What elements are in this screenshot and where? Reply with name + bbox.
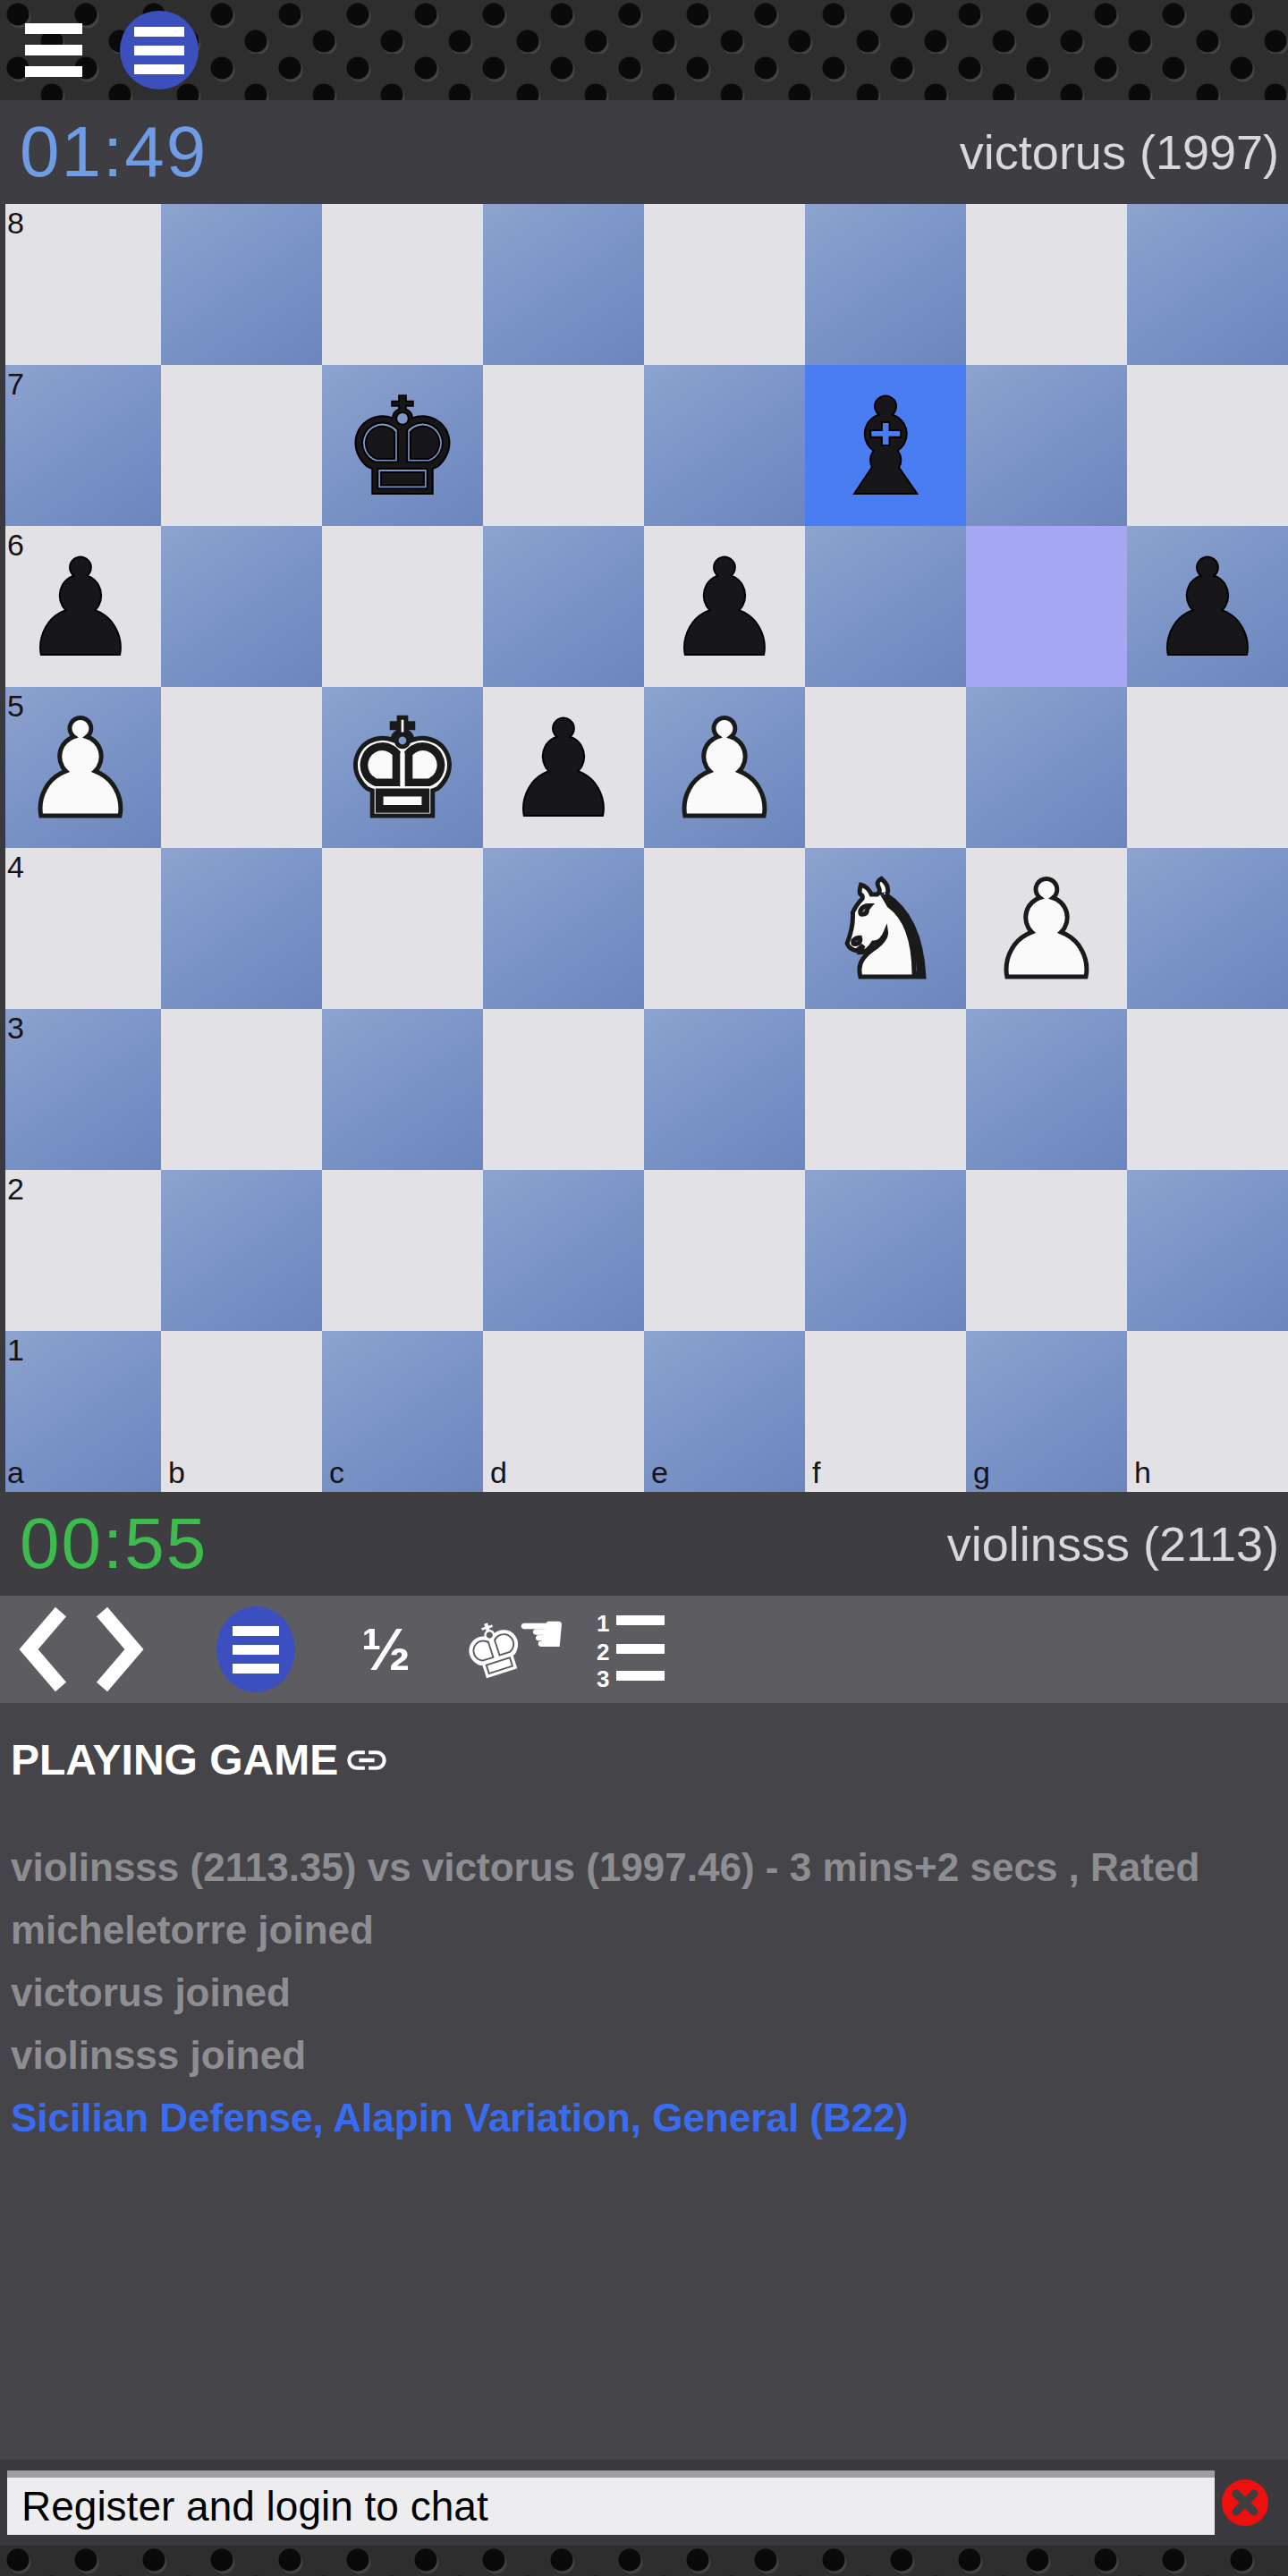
square-g8[interactable] [966,204,1127,365]
piece-white-pawn: ♟ [0,687,161,848]
square-f5[interactable] [805,687,966,848]
square-g5[interactable] [966,687,1127,848]
square-b4[interactable] [161,848,322,1009]
piece-black-bishop: ♝ [805,365,966,526]
hamburger-circle-icon[interactable] [120,11,199,89]
square-c1[interactable]: c [322,1331,483,1492]
chat-input[interactable] [7,2470,1215,2535]
square-g6[interactable] [966,526,1127,687]
square-e7[interactable] [644,365,805,526]
rank-label-7: 7 [7,367,24,402]
chevron-left-icon [14,1606,73,1692]
bottom-status-bar [0,2546,1288,2576]
file-label-d: d [490,1455,507,1490]
square-c3[interactable] [322,1009,483,1170]
numbered-list-icon: 1 2 3 [597,1612,665,1687]
rank-label-2: 2 [7,1172,24,1207]
chat-message: victorus joined [11,1962,1277,2024]
game-menu-button[interactable] [216,1606,295,1692]
chat-input-row [0,2460,1288,2546]
square-a6[interactable]: 6♟ [0,526,161,687]
opponent-clock: 01:49 [20,111,208,193]
square-h7[interactable] [1127,365,1288,526]
rank-label-8: 8 [7,206,24,241]
square-h3[interactable] [1127,1009,1288,1170]
square-e6[interactable]: ♟ [644,526,805,687]
file-label-h: h [1134,1455,1151,1490]
square-e1[interactable]: e [644,1331,805,1492]
square-f1[interactable]: f [805,1331,966,1492]
piece-white-pawn: ♟ [966,848,1127,1009]
chat-message: micheletorre joined [11,1899,1277,1962]
square-g3[interactable] [966,1009,1127,1170]
piece-black-pawn: ♟ [1127,526,1288,687]
chat-message: violinsss (2113.35) vs victorus (1997.46… [11,1836,1277,1899]
forward-move-button[interactable] [89,1606,165,1692]
square-h6[interactable]: ♟ [1127,526,1288,687]
player-name: violinsss (2113) [947,1516,1279,1572]
file-label-b: b [168,1455,185,1490]
player-clock: 00:55 [20,1503,208,1585]
square-b8[interactable] [161,204,322,365]
chat-message: violinsss joined [11,2024,1277,2087]
square-c8[interactable] [322,204,483,365]
file-label-a: a [7,1455,24,1490]
opponent-name: victorus (1997) [960,124,1279,180]
player-clock-row: 00:55 violinsss (2113) [0,1492,1288,1596]
square-a5[interactable]: 5♟ [0,687,161,848]
resign-hand-icon: ☚ [516,1601,566,1666]
square-f6[interactable] [805,526,966,687]
file-label-f: f [812,1455,820,1490]
square-h2[interactable] [1127,1170,1288,1331]
chess-board[interactable]: 87♚♝6♟♟♟5♟♚♟♟4♞♟321abcdefgh [0,204,1288,1492]
piece-black-pawn: ♟ [483,687,644,848]
square-g7[interactable] [966,365,1127,526]
file-label-e: e [651,1455,668,1490]
square-e4[interactable] [644,848,805,1009]
file-label-c: c [329,1455,344,1490]
square-d8[interactable] [483,204,644,365]
square-c6[interactable] [322,526,483,687]
chat-panel: PLAYING GAME violinsss (2113.35) vs vict… [0,1703,1288,2460]
rank-label-5: 5 [7,689,24,724]
board-area: 87♚♝6♟♟♟5♟♚♟♟4♞♟321abcdefgh [0,204,1288,1492]
chevron-right-icon [89,1606,148,1692]
square-d4[interactable] [483,848,644,1009]
square-d3[interactable] [483,1009,644,1170]
square-e2[interactable] [644,1170,805,1331]
offer-draw-button[interactable]: ½ [361,1615,411,1683]
piece-black-king: ♚ [322,365,483,526]
game-toolbar: ½ ♚ ☚ 1 2 3 [0,1596,1288,1703]
square-b5[interactable] [161,687,322,848]
svg-text:3: 3 [597,1665,609,1687]
back-move-button[interactable] [14,1606,89,1692]
square-e8[interactable] [644,204,805,365]
square-a8[interactable]: 8 [0,204,161,365]
svg-text:2: 2 [597,1639,609,1665]
piece-black-pawn: ♟ [0,526,161,687]
chat-heading-row: PLAYING GAME [11,1735,1277,1784]
square-b7[interactable] [161,365,322,526]
square-a4[interactable]: 4 [0,848,161,1009]
square-c7[interactable]: ♚ [322,365,483,526]
square-a1[interactable]: 1a [0,1331,161,1492]
close-icon [1230,2487,1260,2518]
square-h4[interactable] [1127,848,1288,1009]
file-label-g: g [973,1455,990,1490]
square-f2[interactable] [805,1170,966,1331]
square-h8[interactable] [1127,204,1288,365]
square-f4[interactable]: ♞ [805,848,966,1009]
chat-message-opening: Sicilian Defense, Alapin Variation, Gene… [11,2087,1277,2149]
opponent-clock-row: 01:49 victorus (1997) [0,100,1288,204]
square-e3[interactable] [644,1009,805,1170]
square-c5[interactable]: ♚ [322,687,483,848]
piece-white-knight: ♞ [805,848,966,1009]
square-f7[interactable]: ♝ [805,365,966,526]
square-g1[interactable]: g [966,1331,1127,1492]
square-b3[interactable] [161,1009,322,1170]
piece-black-pawn: ♟ [644,526,805,687]
chat-heading: PLAYING GAME [11,1735,338,1784]
square-b1[interactable]: b [161,1331,322,1492]
square-g4[interactable]: ♟ [966,848,1127,1009]
rank-label-4: 4 [7,850,24,885]
square-b2[interactable] [161,1170,322,1331]
top-status-bar [0,0,1288,100]
square-a7[interactable]: 7 [0,365,161,526]
square-h1[interactable]: h [1127,1331,1288,1492]
rank-label-6: 6 [7,528,24,563]
square-d2[interactable] [483,1170,644,1331]
rank-label-3: 3 [7,1011,24,1046]
move-list-button[interactable]: 1 2 3 [561,1612,665,1687]
board-left-edge [0,204,5,1492]
square-c2[interactable] [322,1170,483,1331]
square-d6[interactable] [483,526,644,687]
square-a3[interactable]: 3 [0,1009,161,1170]
square-d7[interactable] [483,365,644,526]
square-b6[interactable] [161,526,322,687]
square-f8[interactable] [805,204,966,365]
square-a2[interactable]: 2 [0,1170,161,1331]
square-d5[interactable]: ♟ [483,687,644,848]
close-chat-button[interactable] [1222,2479,1268,2526]
svg-text:1: 1 [597,1612,609,1637]
link-icon[interactable] [343,1737,390,1784]
app-screen: 01:49 victorus (1997) 87♚♝6♟♟♟5♟♚♟♟4♞♟32… [0,0,1288,2576]
square-h5[interactable] [1127,687,1288,848]
resign-button[interactable]: ♚ ☚ [462,1605,561,1694]
square-c4[interactable] [322,848,483,1009]
piece-white-king: ♚ [322,687,483,848]
square-f3[interactable] [805,1009,966,1170]
rank-label-1: 1 [7,1333,24,1368]
piece-white-pawn: ♟ [644,687,805,848]
square-d1[interactable]: d [483,1331,644,1492]
hamburger-menu-icon[interactable] [25,23,82,77]
square-e5[interactable]: ♟ [644,687,805,848]
square-g2[interactable] [966,1170,1127,1331]
